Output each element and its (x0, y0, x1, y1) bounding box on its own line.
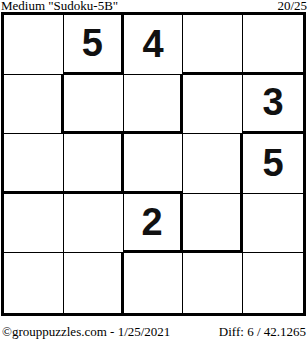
cell-r5c4[interactable] (183, 253, 243, 313)
difficulty-text: Diff: 6 / 42.1265 (219, 325, 306, 339)
cell-r1c1[interactable] (4, 15, 64, 75)
puzzle-page: Medium "Sudoku-5B" 20/25 54352 ©grouppuz… (0, 0, 308, 343)
cell-r2c5-given[interactable]: 3 (243, 75, 303, 135)
cell-r4c2[interactable] (64, 194, 124, 254)
cell-r3c4[interactable] (183, 134, 243, 194)
header: Medium "Sudoku-5B" 20/25 (0, 0, 308, 12)
cell-r5c1[interactable] (4, 253, 64, 313)
cell-r3c1[interactable] (4, 134, 64, 194)
cell-r1c2-given[interactable]: 5 (64, 15, 124, 75)
cell-r3c3[interactable] (124, 134, 184, 194)
cell-r1c5[interactable] (243, 15, 303, 75)
cell-r4c1[interactable] (4, 194, 64, 254)
puzzle-counter: 20/25 (277, 0, 307, 12)
cell-r5c5[interactable] (243, 253, 303, 313)
cell-r1c3-given[interactable]: 4 (124, 15, 184, 75)
cell-r2c2[interactable] (64, 75, 124, 135)
copyright-text: ©grouppuzzles.com - 1/25/2021 (2, 325, 170, 339)
cell-r1c4[interactable] (183, 15, 243, 75)
cell-r2c3[interactable] (124, 75, 184, 135)
board: 54352 (1, 12, 306, 316)
cell-r4c3-given[interactable]: 2 (124, 194, 184, 254)
cell-r3c5-given[interactable]: 5 (243, 134, 303, 194)
cell-r3c2[interactable] (64, 134, 124, 194)
cell-r5c3[interactable] (124, 253, 184, 313)
puzzle-title: Medium "Sudoku-5B" (1, 0, 118, 12)
cell-r2c1[interactable] (4, 75, 64, 135)
cell-r4c4[interactable] (183, 194, 243, 254)
cell-r5c2[interactable] (64, 253, 124, 313)
cell-r2c4[interactable] (183, 75, 243, 135)
cell-r4c5[interactable] (243, 194, 303, 254)
footer: ©grouppuzzles.com - 1/25/2021 Diff: 6 / … (0, 325, 308, 339)
